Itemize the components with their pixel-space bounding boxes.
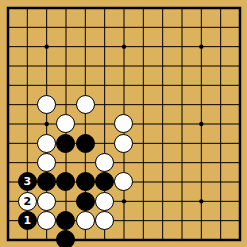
go-board-diagram: 321 [0,0,247,247]
black-stone [76,192,95,211]
move-number-label: 3 [24,176,32,187]
white-stone [95,211,114,230]
black-stone [95,172,114,191]
black-stone [56,172,75,191]
black-stone [76,172,95,191]
white-stone [37,134,56,153]
white-stone [114,172,133,191]
black-stone [56,134,75,153]
move-number-label: 1 [24,215,32,226]
black-stone [56,211,75,230]
move-number-label: 2 [24,196,32,207]
white-stone [95,192,114,211]
white-stone [76,95,95,114]
black-stone: 3 [18,172,37,191]
white-stone [37,211,56,230]
black-stone: 1 [18,211,37,230]
white-stone [114,114,133,133]
black-stone [56,230,75,247]
white-stone [114,134,133,153]
black-stone [76,134,95,153]
black-stone [37,172,56,191]
white-stone [37,153,56,172]
white-stone: 2 [18,192,37,211]
white-stone [95,153,114,172]
white-stone [76,211,95,230]
white-stone [56,114,75,133]
stones-layer: 321 [0,0,247,247]
white-stone [37,192,56,211]
white-stone [37,95,56,114]
